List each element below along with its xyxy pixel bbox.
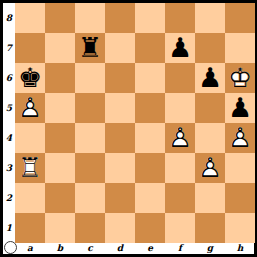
square-h3[interactable] (225, 153, 255, 183)
square-c8[interactable] (75, 3, 105, 33)
piece-white-rook[interactable]: ♖ (15, 153, 45, 183)
piece-black-pawn[interactable]: ♟ (225, 93, 255, 123)
square-h4[interactable]: ♟♙ (225, 123, 255, 153)
square-d5[interactable] (105, 93, 135, 123)
square-d8[interactable] (105, 3, 135, 33)
square-a4[interactable] (15, 123, 45, 153)
file-label-h: h (225, 243, 255, 254)
square-e1[interactable] (135, 213, 165, 243)
square-a5[interactable]: ♟♙ (15, 93, 45, 123)
square-g4[interactable] (195, 123, 225, 153)
rank-label-2: 2 (3, 183, 15, 213)
rank-labels: 87654321 (3, 3, 15, 243)
square-f8[interactable] (165, 3, 195, 33)
file-label-b: b (45, 243, 75, 254)
square-b1[interactable] (45, 213, 75, 243)
square-d4[interactable] (105, 123, 135, 153)
square-e2[interactable] (135, 183, 165, 213)
piece-white-pawn[interactable]: ♙ (195, 153, 225, 183)
white-rook-fill: ♜ (15, 153, 45, 183)
square-g7[interactable] (195, 33, 225, 63)
square-e3[interactable] (135, 153, 165, 183)
piece-white-pawn[interactable]: ♙ (165, 123, 195, 153)
square-c1[interactable] (75, 213, 105, 243)
piece-white-king[interactable]: ♔ (225, 63, 255, 93)
rank-label-1: 1 (3, 213, 15, 243)
square-a2[interactable] (15, 183, 45, 213)
piece-white-pawn[interactable]: ♙ (15, 93, 45, 123)
square-h5[interactable]: ♟ (225, 93, 255, 123)
square-e7[interactable] (135, 33, 165, 63)
piece-black-rook[interactable]: ♜ (75, 33, 105, 63)
square-f6[interactable] (165, 63, 195, 93)
rank-label-7: 7 (3, 33, 15, 63)
square-c5[interactable] (75, 93, 105, 123)
square-b5[interactable] (45, 93, 75, 123)
square-f7[interactable]: ♟ (165, 33, 195, 63)
white-pawn-fill: ♟ (195, 153, 225, 183)
square-a6[interactable]: ♚ (15, 63, 45, 93)
rank-label-6: 6 (3, 63, 15, 93)
white-pawn-fill: ♟ (165, 123, 195, 153)
square-a1[interactable] (15, 213, 45, 243)
square-b7[interactable] (45, 33, 75, 63)
square-h2[interactable] (225, 183, 255, 213)
file-label-d: d (105, 243, 135, 254)
rank-label-3: 3 (3, 153, 15, 183)
square-f3[interactable] (165, 153, 195, 183)
square-d7[interactable] (105, 33, 135, 63)
piece-black-pawn[interactable]: ♟ (195, 63, 225, 93)
square-b6[interactable] (45, 63, 75, 93)
chess-board: ♜♟♚♟♚♔♟♙♟♟♙♟♙♜♖♟♙ (15, 3, 255, 243)
rank-label-8: 8 (3, 3, 15, 33)
white-pawn-fill: ♟ (15, 93, 45, 123)
square-f2[interactable] (165, 183, 195, 213)
square-h7[interactable] (225, 33, 255, 63)
rank-label-5: 5 (3, 93, 15, 123)
file-labels: abcdefgh (15, 243, 255, 254)
piece-white-pawn[interactable]: ♙ (225, 123, 255, 153)
white-king-fill: ♚ (225, 63, 255, 93)
square-d1[interactable] (105, 213, 135, 243)
square-e6[interactable] (135, 63, 165, 93)
square-c6[interactable] (75, 63, 105, 93)
square-a8[interactable] (15, 3, 45, 33)
square-b3[interactable] (45, 153, 75, 183)
square-d3[interactable] (105, 153, 135, 183)
piece-black-pawn[interactable]: ♟ (165, 33, 195, 63)
diagram-inner: 87654321 ♜♟♚♟♚♔♟♙♟♟♙♟♙♜♖♟♙ abcdefgh (3, 3, 254, 254)
square-g2[interactable] (195, 183, 225, 213)
square-c7[interactable]: ♜ (75, 33, 105, 63)
square-h6[interactable]: ♚♔ (225, 63, 255, 93)
file-label-e: e (135, 243, 165, 254)
square-f4[interactable]: ♟♙ (165, 123, 195, 153)
square-b4[interactable] (45, 123, 75, 153)
square-g6[interactable]: ♟ (195, 63, 225, 93)
square-h8[interactable] (225, 3, 255, 33)
square-h1[interactable] (225, 213, 255, 243)
white-pawn-fill: ♟ (225, 123, 255, 153)
square-d6[interactable] (105, 63, 135, 93)
square-b2[interactable] (45, 183, 75, 213)
square-c3[interactable] (75, 153, 105, 183)
file-label-c: c (75, 243, 105, 254)
square-b8[interactable] (45, 3, 75, 33)
square-g8[interactable] (195, 3, 225, 33)
square-g5[interactable] (195, 93, 225, 123)
file-label-g: g (195, 243, 225, 254)
square-a3[interactable]: ♜♖ (15, 153, 45, 183)
square-g1[interactable] (195, 213, 225, 243)
square-c4[interactable] (75, 123, 105, 153)
square-e4[interactable] (135, 123, 165, 153)
square-f5[interactable] (165, 93, 195, 123)
file-label-f: f (165, 243, 195, 254)
square-c2[interactable] (75, 183, 105, 213)
square-a7[interactable] (15, 33, 45, 63)
rank-label-4: 4 (3, 123, 15, 153)
square-e5[interactable] (135, 93, 165, 123)
square-f1[interactable] (165, 213, 195, 243)
square-g3[interactable]: ♟♙ (195, 153, 225, 183)
chess-diagram: 87654321 ♜♟♚♟♚♔♟♙♟♟♙♟♙♜♖♟♙ abcdefgh (0, 0, 257, 257)
file-label-a: a (15, 243, 45, 254)
to-move-indicator (4, 241, 17, 254)
square-d2[interactable] (105, 183, 135, 213)
piece-black-king[interactable]: ♚ (15, 63, 45, 93)
square-e8[interactable] (135, 3, 165, 33)
